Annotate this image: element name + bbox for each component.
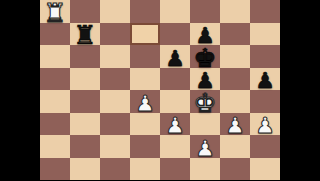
square-e8[interactable] — [160, 0, 190, 23]
square-h4[interactable] — [250, 90, 280, 113]
video-frame: ♜♜♟♟♚♟♟♟♚♟♟♟♟ — [0, 0, 320, 180]
square-g4[interactable] — [220, 90, 250, 113]
square-g5[interactable] — [220, 68, 250, 91]
square-h1[interactable] — [250, 158, 280, 181]
square-c8[interactable] — [100, 0, 130, 23]
square-b3[interactable] — [70, 113, 100, 136]
square-c4[interactable] — [100, 90, 130, 113]
square-d4[interactable]: ♟ — [130, 90, 160, 113]
piece-black-king[interactable]: ♚ — [190, 45, 220, 71]
square-b1[interactable] — [70, 158, 100, 181]
square-c7[interactable] — [100, 23, 130, 46]
chess-board[interactable]: ♜♜♟♟♚♟♟♟♚♟♟♟♟ — [40, 0, 280, 180]
piece-black-rook[interactable]: ♜ — [70, 22, 100, 48]
piece-white-rook[interactable]: ♜ — [40, 0, 70, 26]
square-b7[interactable]: ♜ — [70, 23, 100, 46]
square-c5[interactable] — [100, 68, 130, 91]
square-g8[interactable] — [220, 0, 250, 23]
piece-white-pawn[interactable]: ♟ — [130, 93, 160, 115]
square-c1[interactable] — [100, 158, 130, 181]
square-g6[interactable] — [220, 45, 250, 68]
square-f4[interactable]: ♚ — [190, 90, 220, 113]
square-d1[interactable] — [130, 158, 160, 181]
square-f2[interactable]: ♟ — [190, 135, 220, 158]
square-b2[interactable] — [70, 135, 100, 158]
square-d5[interactable] — [130, 68, 160, 91]
square-a3[interactable] — [40, 113, 70, 136]
square-f6[interactable]: ♚ — [190, 45, 220, 68]
square-e2[interactable] — [160, 135, 190, 158]
square-f8[interactable] — [190, 0, 220, 23]
piece-white-pawn[interactable]: ♟ — [160, 115, 190, 137]
square-c2[interactable] — [100, 135, 130, 158]
square-h5[interactable]: ♟ — [250, 68, 280, 91]
square-g1[interactable] — [220, 158, 250, 181]
square-c3[interactable] — [100, 113, 130, 136]
square-c6[interactable] — [100, 45, 130, 68]
piece-white-pawn[interactable]: ♟ — [220, 115, 250, 137]
square-h8[interactable] — [250, 0, 280, 23]
square-d2[interactable] — [130, 135, 160, 158]
piece-white-king[interactable]: ♚ — [190, 90, 220, 116]
piece-white-pawn[interactable]: ♟ — [190, 138, 220, 160]
piece-black-pawn[interactable]: ♟ — [250, 70, 280, 92]
square-a5[interactable] — [40, 68, 70, 91]
square-a8[interactable]: ♜ — [40, 0, 70, 23]
square-g3[interactable]: ♟ — [220, 113, 250, 136]
square-a6[interactable] — [40, 45, 70, 68]
piece-white-pawn[interactable]: ♟ — [250, 115, 280, 137]
square-h6[interactable] — [250, 45, 280, 68]
square-h3[interactable]: ♟ — [250, 113, 280, 136]
letterbox-right — [280, 0, 320, 180]
square-f5[interactable]: ♟ — [190, 68, 220, 91]
square-a1[interactable] — [40, 158, 70, 181]
square-e3[interactable]: ♟ — [160, 113, 190, 136]
square-d7[interactable] — [130, 23, 160, 46]
square-e7[interactable] — [160, 23, 190, 46]
square-b4[interactable] — [70, 90, 100, 113]
letterbox-left — [0, 0, 40, 180]
square-g7[interactable] — [220, 23, 250, 46]
square-e1[interactable] — [160, 158, 190, 181]
square-h7[interactable] — [250, 23, 280, 46]
square-b5[interactable] — [70, 68, 100, 91]
piece-black-pawn[interactable]: ♟ — [160, 48, 190, 70]
square-e4[interactable] — [160, 90, 190, 113]
square-g2[interactable] — [220, 135, 250, 158]
square-a4[interactable] — [40, 90, 70, 113]
square-h2[interactable] — [250, 135, 280, 158]
square-a2[interactable] — [40, 135, 70, 158]
square-d6[interactable] — [130, 45, 160, 68]
square-e6[interactable]: ♟ — [160, 45, 190, 68]
square-d8[interactable] — [130, 0, 160, 23]
square-f7[interactable]: ♟ — [190, 23, 220, 46]
